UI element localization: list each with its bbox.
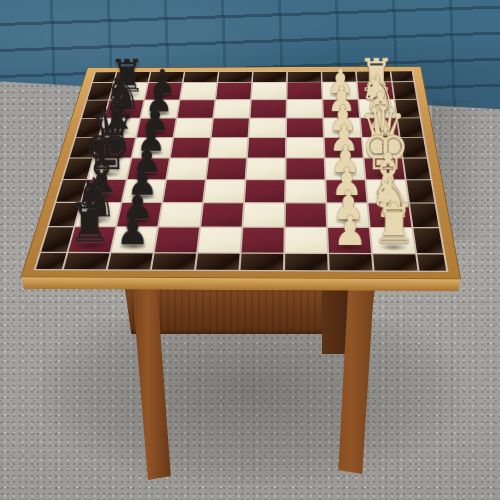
piece-wR[interactable]: ♜ — [371, 199, 416, 251]
border-tile — [108, 253, 153, 269]
border-tile — [329, 254, 372, 270]
square[interactable] — [287, 118, 323, 137]
square[interactable] — [242, 228, 284, 253]
square[interactable] — [204, 180, 245, 202]
border-tile — [285, 254, 328, 270]
square[interactable] — [178, 100, 215, 118]
square[interactable] — [243, 203, 284, 226]
square[interactable] — [286, 180, 325, 202]
square[interactable] — [287, 138, 324, 158]
border-tile — [152, 253, 196, 269]
square[interactable] — [201, 203, 243, 226]
square[interactable] — [287, 82, 321, 99]
square[interactable] — [209, 138, 247, 158]
square[interactable] — [248, 138, 285, 158]
square[interactable] — [155, 227, 199, 252]
square[interactable]: ♟ — [328, 228, 371, 253]
square[interactable] — [212, 119, 249, 138]
square[interactable] — [285, 228, 327, 253]
piece-wP[interactable]: ♟ — [333, 211, 367, 250]
square[interactable] — [252, 82, 286, 99]
border-tile — [196, 254, 239, 270]
square[interactable] — [171, 138, 210, 158]
border-tile — [253, 72, 286, 82]
square[interactable] — [286, 203, 326, 226]
border-tile — [414, 228, 444, 253]
border-tile — [288, 72, 321, 82]
square[interactable]: ♟ — [112, 227, 157, 252]
photo-stage: ♜♟♟♜♞♟♟♞♝♟♟♝♛♟♟♛♚♟♟♚♝♟♟♝♞♟♟♞♜♟♟♜ — [0, 0, 500, 500]
square[interactable] — [251, 100, 286, 118]
square[interactable] — [286, 158, 324, 179]
chess-board: ♜♟♟♜♞♟♟♞♝♟♟♝♛♟♟♛♚♟♟♚♝♟♟♝♞♟♟♞♜♟♟♜ — [34, 71, 449, 272]
border-tile — [417, 254, 446, 270]
piece-bP[interactable]: ♟ — [116, 211, 150, 250]
square[interactable] — [246, 158, 284, 179]
square[interactable] — [159, 203, 202, 226]
table-top-scene: ♜♟♟♜♞♟♟♞♝♟♟♝♛♟♟♛♚♟♟♚♝♟♟♝♞♟♟♞♜♟♟♜ — [0, 0, 500, 500]
square[interactable] — [174, 119, 212, 138]
square[interactable] — [163, 180, 205, 202]
square[interactable] — [181, 83, 217, 100]
border-tile — [36, 253, 66, 269]
square[interactable] — [207, 158, 246, 179]
square[interactable] — [198, 228, 241, 253]
square[interactable] — [249, 118, 285, 137]
square[interactable] — [167, 158, 207, 179]
square[interactable] — [216, 83, 251, 100]
square[interactable] — [245, 180, 285, 202]
border-tile — [184, 72, 218, 82]
border-tile — [373, 254, 417, 270]
square[interactable]: ♜ — [371, 228, 415, 253]
border-tile — [240, 254, 283, 270]
chess-table-top: ♜♟♟♜♞♟♟♞♝♟♟♝♛♟♟♛♚♟♟♚♝♟♟♝♞♟♟♞♜♟♟♜ — [22, 67, 460, 279]
square[interactable] — [214, 100, 250, 118]
border-tile — [218, 72, 252, 82]
square[interactable] — [287, 100, 322, 118]
border-tile — [64, 253, 110, 269]
square[interactable]: ♜ — [69, 227, 116, 252]
piece-bR[interactable]: ♜ — [67, 198, 111, 249]
table-top-edge — [22, 277, 460, 292]
